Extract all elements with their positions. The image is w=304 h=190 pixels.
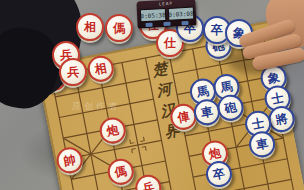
captured-red-horse[interactable]: 傌 xyxy=(105,14,133,42)
clock-button-left[interactable] xyxy=(145,23,152,27)
scene-background: 楚河汉界 俥相炮帥傌兵俥炮砲馬馬車砲象士將士車卒 相傌仕仕兵兵卒卒象 LEAP … xyxy=(0,0,304,190)
clock-display-left: 0:05:38 xyxy=(140,8,167,22)
clock-display-right: 0:03:08 xyxy=(168,7,195,21)
red-horse[interactable]: 傌 xyxy=(105,157,135,187)
clock-button-middle[interactable] xyxy=(163,22,170,26)
clock-button-right[interactable] xyxy=(181,21,188,25)
red-cannon[interactable]: 炮 xyxy=(97,115,127,145)
captured-red-soldier[interactable]: 兵 xyxy=(59,58,87,86)
watermark-text: 原创作者 xyxy=(72,100,120,113)
red-soldier[interactable]: 兵 xyxy=(133,173,163,190)
captured-red-elephant[interactable]: 相 xyxy=(76,13,104,41)
chess-clock[interactable]: LEAP 0:05:38 0:03:08 xyxy=(136,0,196,29)
